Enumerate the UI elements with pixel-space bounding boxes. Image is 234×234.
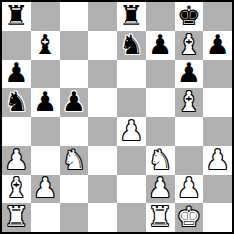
square-b8[interactable] [31, 2, 60, 31]
square-c1[interactable] [60, 203, 89, 232]
black-knight[interactable]: ♞ [4, 88, 28, 115]
square-f7[interactable]: ♟ [146, 31, 175, 60]
black-rook[interactable]: ♜ [4, 2, 28, 29]
black-pawn[interactable]: ♟ [177, 60, 201, 87]
square-h3[interactable]: ♟ [203, 146, 232, 175]
square-c4[interactable] [60, 117, 89, 146]
square-b7[interactable]: ♝ [31, 31, 60, 60]
black-knight[interactable]: ♞ [119, 31, 143, 58]
square-e1[interactable] [117, 203, 146, 232]
square-f3[interactable]: ♞ [146, 146, 175, 175]
white-rook[interactable]: ♜ [148, 203, 172, 230]
square-g5[interactable]: ♝ [175, 88, 204, 117]
square-h1[interactable] [203, 203, 232, 232]
square-g7[interactable]: ♝ [175, 31, 204, 60]
square-g4[interactable] [175, 117, 204, 146]
square-e4[interactable]: ♟ [117, 117, 146, 146]
chess-board: ♜♜♚♝♞♟♝♟♟♟♞♟♟♝♟♟♞♞♟♝♟♟♟♜♜♚ [0, 0, 234, 234]
square-a3[interactable]: ♟ [2, 146, 31, 175]
square-e2[interactable] [117, 175, 146, 204]
square-a5[interactable]: ♞ [2, 88, 31, 117]
white-pawn[interactable]: ♟ [119, 117, 143, 144]
black-pawn[interactable]: ♟ [4, 60, 28, 87]
square-f8[interactable] [146, 2, 175, 31]
square-a2[interactable]: ♝ [2, 175, 31, 204]
square-b2[interactable]: ♟ [31, 175, 60, 204]
square-g8[interactable]: ♚ [175, 2, 204, 31]
square-b5[interactable]: ♟ [31, 88, 60, 117]
white-bishop[interactable]: ♝ [4, 175, 28, 202]
square-a4[interactable] [2, 117, 31, 146]
square-e6[interactable] [117, 60, 146, 89]
square-a1[interactable]: ♜ [2, 203, 31, 232]
white-pawn[interactable]: ♟ [206, 146, 230, 173]
white-bishop[interactable]: ♝ [177, 88, 201, 115]
square-h4[interactable] [203, 117, 232, 146]
black-pawn[interactable]: ♟ [206, 31, 230, 58]
square-b3[interactable] [31, 146, 60, 175]
white-knight[interactable]: ♞ [62, 146, 86, 173]
square-c8[interactable] [60, 2, 89, 31]
square-e8[interactable]: ♜ [117, 2, 146, 31]
square-e7[interactable]: ♞ [117, 31, 146, 60]
square-f4[interactable] [146, 117, 175, 146]
square-a6[interactable]: ♟ [2, 60, 31, 89]
square-c7[interactable] [60, 31, 89, 60]
square-d3[interactable] [88, 146, 117, 175]
white-rook[interactable]: ♜ [4, 203, 28, 230]
square-g1[interactable]: ♚ [175, 203, 204, 232]
black-rook[interactable]: ♜ [119, 2, 143, 29]
square-h5[interactable] [203, 88, 232, 117]
square-h2[interactable] [203, 175, 232, 204]
white-pawn[interactable]: ♟ [4, 146, 28, 173]
square-b4[interactable] [31, 117, 60, 146]
white-pawn[interactable]: ♟ [33, 175, 57, 202]
square-d5[interactable] [88, 88, 117, 117]
square-e3[interactable] [117, 146, 146, 175]
square-d1[interactable] [88, 203, 117, 232]
square-a8[interactable]: ♜ [2, 2, 31, 31]
square-e5[interactable] [117, 88, 146, 117]
square-b1[interactable] [31, 203, 60, 232]
square-h7[interactable]: ♟ [203, 31, 232, 60]
white-pawn[interactable]: ♟ [177, 175, 201, 202]
black-pawn[interactable]: ♟ [62, 88, 86, 115]
white-pawn[interactable]: ♟ [148, 175, 172, 202]
square-c5[interactable]: ♟ [60, 88, 89, 117]
white-knight[interactable]: ♞ [148, 146, 172, 173]
square-g3[interactable] [175, 146, 204, 175]
square-h8[interactable] [203, 2, 232, 31]
square-f5[interactable] [146, 88, 175, 117]
white-bishop[interactable]: ♝ [177, 31, 201, 58]
square-d7[interactable] [88, 31, 117, 60]
square-c2[interactable] [60, 175, 89, 204]
square-d6[interactable] [88, 60, 117, 89]
square-d8[interactable] [88, 2, 117, 31]
square-f6[interactable] [146, 60, 175, 89]
black-bishop[interactable]: ♝ [33, 31, 57, 58]
square-f2[interactable]: ♟ [146, 175, 175, 204]
square-f1[interactable]: ♜ [146, 203, 175, 232]
square-c6[interactable] [60, 60, 89, 89]
black-king[interactable]: ♚ [177, 2, 201, 29]
square-a7[interactable] [2, 31, 31, 60]
square-d2[interactable] [88, 175, 117, 204]
black-pawn[interactable]: ♟ [148, 31, 172, 58]
black-pawn[interactable]: ♟ [33, 88, 57, 115]
white-king[interactable]: ♚ [177, 203, 201, 230]
square-g2[interactable]: ♟ [175, 175, 204, 204]
square-c3[interactable]: ♞ [60, 146, 89, 175]
square-h6[interactable] [203, 60, 232, 89]
square-g6[interactable]: ♟ [175, 60, 204, 89]
square-d4[interactable] [88, 117, 117, 146]
square-b6[interactable] [31, 60, 60, 89]
